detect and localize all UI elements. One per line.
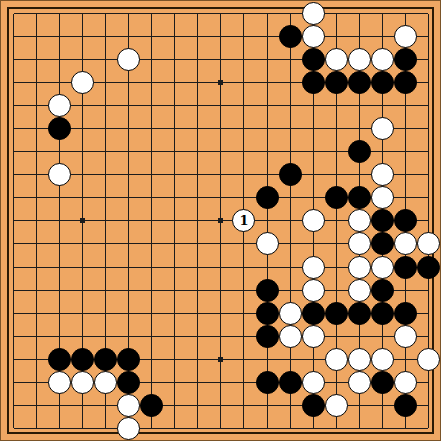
- intersection-a18[interactable]: [2, 25, 25, 48]
- intersection-a11[interactable]: [2, 186, 25, 209]
- intersection-r4[interactable]: [371, 348, 394, 371]
- intersection-q10[interactable]: [348, 209, 371, 232]
- intersection-d11[interactable]: [71, 186, 94, 209]
- intersection-b12[interactable]: [25, 163, 48, 186]
- intersection-r19[interactable]: [371, 2, 394, 25]
- intersection-m10[interactable]: [256, 209, 279, 232]
- intersection-g16[interactable]: [140, 71, 163, 94]
- intersection-c8[interactable]: [48, 256, 71, 279]
- intersection-f5[interactable]: [117, 325, 140, 348]
- intersection-b6[interactable]: [25, 302, 48, 325]
- intersection-g15[interactable]: [140, 94, 163, 117]
- intersection-c1[interactable]: [48, 417, 71, 440]
- intersection-e10[interactable]: [94, 209, 117, 232]
- intersection-d10[interactable]: [71, 209, 94, 232]
- intersection-h2[interactable]: [163, 394, 186, 417]
- intersection-m1[interactable]: [256, 417, 279, 440]
- intersection-m11[interactable]: [256, 186, 279, 209]
- intersection-j1[interactable]: [186, 417, 209, 440]
- intersection-n11[interactable]: [279, 186, 302, 209]
- intersection-c6[interactable]: [48, 302, 71, 325]
- intersection-h3[interactable]: [163, 371, 186, 394]
- intersection-t10[interactable]: [417, 209, 440, 232]
- intersection-n19[interactable]: [279, 2, 302, 25]
- intersection-c16[interactable]: [48, 71, 71, 94]
- intersection-q4[interactable]: [348, 348, 371, 371]
- intersection-h9[interactable]: [163, 232, 186, 255]
- intersection-a8[interactable]: [2, 256, 25, 279]
- intersection-c18[interactable]: [48, 25, 71, 48]
- intersection-m9[interactable]: [256, 232, 279, 255]
- intersection-j19[interactable]: [186, 2, 209, 25]
- intersection-l4[interactable]: [232, 348, 255, 371]
- intersection-o13[interactable]: [302, 140, 325, 163]
- intersection-m6[interactable]: [256, 302, 279, 325]
- intersection-t4[interactable]: [417, 348, 440, 371]
- intersection-h13[interactable]: [163, 140, 186, 163]
- intersection-c7[interactable]: [48, 279, 71, 302]
- intersection-t15[interactable]: [417, 94, 440, 117]
- intersection-k4[interactable]: [209, 348, 232, 371]
- intersection-e3[interactable]: [94, 371, 117, 394]
- intersection-o16[interactable]: [302, 71, 325, 94]
- intersection-a6[interactable]: [2, 302, 25, 325]
- intersection-m3[interactable]: [256, 371, 279, 394]
- intersection-j13[interactable]: [186, 140, 209, 163]
- intersection-k19[interactable]: [209, 2, 232, 25]
- intersection-p16[interactable]: [325, 71, 348, 94]
- intersection-p5[interactable]: [325, 325, 348, 348]
- intersection-m13[interactable]: [256, 140, 279, 163]
- intersection-b17[interactable]: [25, 48, 48, 71]
- intersection-o3[interactable]: [302, 371, 325, 394]
- intersection-a13[interactable]: [2, 140, 25, 163]
- intersection-o18[interactable]: [302, 25, 325, 48]
- intersection-n13[interactable]: [279, 140, 302, 163]
- intersection-g14[interactable]: [140, 117, 163, 140]
- intersection-c5[interactable]: [48, 325, 71, 348]
- intersection-f10[interactable]: [117, 209, 140, 232]
- intersection-p1[interactable]: [325, 417, 348, 440]
- intersection-f7[interactable]: [117, 279, 140, 302]
- intersection-g17[interactable]: [140, 48, 163, 71]
- intersection-b14[interactable]: [25, 117, 48, 140]
- intersection-r18[interactable]: [371, 25, 394, 48]
- intersection-o10[interactable]: [302, 209, 325, 232]
- intersection-n3[interactable]: [279, 371, 302, 394]
- intersection-j18[interactable]: [186, 25, 209, 48]
- intersection-n4[interactable]: [279, 348, 302, 371]
- intersection-s14[interactable]: [394, 117, 417, 140]
- intersection-k11[interactable]: [209, 186, 232, 209]
- intersection-a5[interactable]: [2, 325, 25, 348]
- intersection-s17[interactable]: [394, 48, 417, 71]
- intersection-t19[interactable]: [417, 2, 440, 25]
- intersection-q13[interactable]: [348, 140, 371, 163]
- intersection-l13[interactable]: [232, 140, 255, 163]
- intersection-f11[interactable]: [117, 186, 140, 209]
- intersection-k8[interactable]: [209, 256, 232, 279]
- intersection-t8[interactable]: [417, 256, 440, 279]
- intersection-f6[interactable]: [117, 302, 140, 325]
- intersection-h19[interactable]: [163, 2, 186, 25]
- intersection-b1[interactable]: [25, 417, 48, 440]
- intersection-t3[interactable]: [417, 371, 440, 394]
- intersection-j10[interactable]: [186, 209, 209, 232]
- intersection-j5[interactable]: [186, 325, 209, 348]
- intersection-n1[interactable]: [279, 417, 302, 440]
- intersection-f19[interactable]: [117, 2, 140, 25]
- intersection-c15[interactable]: [48, 94, 71, 117]
- intersection-q6[interactable]: [348, 302, 371, 325]
- intersection-l1[interactable]: [232, 417, 255, 440]
- intersection-j8[interactable]: [186, 256, 209, 279]
- intersection-n12[interactable]: [279, 163, 302, 186]
- intersection-k3[interactable]: [209, 371, 232, 394]
- intersection-f17[interactable]: [117, 48, 140, 71]
- intersection-l18[interactable]: [232, 25, 255, 48]
- intersection-f3[interactable]: [117, 371, 140, 394]
- intersection-k16[interactable]: [209, 71, 232, 94]
- intersection-r12[interactable]: [371, 163, 394, 186]
- intersection-n15[interactable]: [279, 94, 302, 117]
- intersection-t9[interactable]: [417, 232, 440, 255]
- intersection-b10[interactable]: [25, 209, 48, 232]
- intersection-t16[interactable]: [417, 71, 440, 94]
- intersection-a4[interactable]: [2, 348, 25, 371]
- intersection-q17[interactable]: [348, 48, 371, 71]
- intersection-t13[interactable]: [417, 140, 440, 163]
- intersection-t5[interactable]: [417, 325, 440, 348]
- intersection-l9[interactable]: [232, 232, 255, 255]
- intersection-s13[interactable]: [394, 140, 417, 163]
- intersection-d7[interactable]: [71, 279, 94, 302]
- intersection-n9[interactable]: [279, 232, 302, 255]
- intersection-f14[interactable]: [117, 117, 140, 140]
- intersection-a16[interactable]: [2, 71, 25, 94]
- intersection-r1[interactable]: [371, 417, 394, 440]
- intersection-e15[interactable]: [94, 94, 117, 117]
- intersection-o6[interactable]: [302, 302, 325, 325]
- intersection-j3[interactable]: [186, 371, 209, 394]
- intersection-o5[interactable]: [302, 325, 325, 348]
- intersection-s5[interactable]: [394, 325, 417, 348]
- intersection-b3[interactable]: [25, 371, 48, 394]
- intersection-g5[interactable]: [140, 325, 163, 348]
- intersection-n10[interactable]: [279, 209, 302, 232]
- intersection-k17[interactable]: [209, 48, 232, 71]
- intersection-e14[interactable]: [94, 117, 117, 140]
- intersection-k9[interactable]: [209, 232, 232, 255]
- intersection-a9[interactable]: [2, 232, 25, 255]
- intersection-k12[interactable]: [209, 163, 232, 186]
- intersection-a1[interactable]: [2, 417, 25, 440]
- intersection-c12[interactable]: [48, 163, 71, 186]
- intersection-s9[interactable]: [394, 232, 417, 255]
- intersection-b4[interactable]: [25, 348, 48, 371]
- intersection-t11[interactable]: [417, 186, 440, 209]
- intersection-l14[interactable]: [232, 117, 255, 140]
- intersection-e17[interactable]: [94, 48, 117, 71]
- intersection-p8[interactable]: [325, 256, 348, 279]
- intersection-f18[interactable]: [117, 25, 140, 48]
- intersection-p7[interactable]: [325, 279, 348, 302]
- intersection-t6[interactable]: [417, 302, 440, 325]
- intersection-f8[interactable]: [117, 256, 140, 279]
- intersection-h11[interactable]: [163, 186, 186, 209]
- intersection-d12[interactable]: [71, 163, 94, 186]
- intersection-e2[interactable]: [94, 394, 117, 417]
- intersection-s6[interactable]: [394, 302, 417, 325]
- intersection-h12[interactable]: [163, 163, 186, 186]
- intersection-a14[interactable]: [2, 117, 25, 140]
- intersection-t17[interactable]: [417, 48, 440, 71]
- intersection-m15[interactable]: [256, 94, 279, 117]
- intersection-f15[interactable]: [117, 94, 140, 117]
- intersection-m8[interactable]: [256, 256, 279, 279]
- intersection-k6[interactable]: [209, 302, 232, 325]
- intersection-h17[interactable]: [163, 48, 186, 71]
- intersection-s15[interactable]: [394, 94, 417, 117]
- intersection-g8[interactable]: [140, 256, 163, 279]
- intersection-f1[interactable]: [117, 417, 140, 440]
- intersection-b18[interactable]: [25, 25, 48, 48]
- intersection-l5[interactable]: [232, 325, 255, 348]
- intersection-o4[interactable]: [302, 348, 325, 371]
- intersection-s11[interactable]: [394, 186, 417, 209]
- intersection-p14[interactable]: [325, 117, 348, 140]
- intersection-f12[interactable]: [117, 163, 140, 186]
- intersection-l12[interactable]: [232, 163, 255, 186]
- intersection-r15[interactable]: [371, 94, 394, 117]
- intersection-n8[interactable]: [279, 256, 302, 279]
- intersection-r3[interactable]: [371, 371, 394, 394]
- intersection-d6[interactable]: [71, 302, 94, 325]
- intersection-b2[interactable]: [25, 394, 48, 417]
- intersection-s7[interactable]: [394, 279, 417, 302]
- intersection-j2[interactable]: [186, 394, 209, 417]
- intersection-o14[interactable]: [302, 117, 325, 140]
- intersection-q12[interactable]: [348, 163, 371, 186]
- intersection-e9[interactable]: [94, 232, 117, 255]
- intersection-d14[interactable]: [71, 117, 94, 140]
- intersection-r7[interactable]: [371, 279, 394, 302]
- intersection-p10[interactable]: [325, 209, 348, 232]
- intersection-p13[interactable]: [325, 140, 348, 163]
- intersection-m4[interactable]: [256, 348, 279, 371]
- intersection-f16[interactable]: [117, 71, 140, 94]
- intersection-o7[interactable]: [302, 279, 325, 302]
- intersection-k18[interactable]: [209, 25, 232, 48]
- intersection-r16[interactable]: [371, 71, 394, 94]
- intersection-l8[interactable]: [232, 256, 255, 279]
- intersection-s18[interactable]: [394, 25, 417, 48]
- intersection-c11[interactable]: [48, 186, 71, 209]
- intersection-o8[interactable]: [302, 256, 325, 279]
- intersection-m2[interactable]: [256, 394, 279, 417]
- intersection-p3[interactable]: [325, 371, 348, 394]
- intersection-r13[interactable]: [371, 140, 394, 163]
- intersection-s10[interactable]: [394, 209, 417, 232]
- intersection-q2[interactable]: [348, 394, 371, 417]
- intersection-r2[interactable]: [371, 394, 394, 417]
- intersection-e5[interactable]: [94, 325, 117, 348]
- intersection-o2[interactable]: [302, 394, 325, 417]
- intersection-n6[interactable]: [279, 302, 302, 325]
- intersection-e6[interactable]: [94, 302, 117, 325]
- intersection-r5[interactable]: [371, 325, 394, 348]
- intersection-c3[interactable]: [48, 371, 71, 394]
- intersection-d1[interactable]: [71, 417, 94, 440]
- intersection-p15[interactable]: [325, 94, 348, 117]
- intersection-h8[interactable]: [163, 256, 186, 279]
- intersection-s16[interactable]: [394, 71, 417, 94]
- intersection-a10[interactable]: [2, 209, 25, 232]
- intersection-n5[interactable]: [279, 325, 302, 348]
- intersection-n7[interactable]: [279, 279, 302, 302]
- intersection-c14[interactable]: [48, 117, 71, 140]
- intersection-a17[interactable]: [2, 48, 25, 71]
- intersection-k7[interactable]: [209, 279, 232, 302]
- intersection-s8[interactable]: [394, 256, 417, 279]
- intersection-k1[interactable]: [209, 417, 232, 440]
- intersection-t12[interactable]: [417, 163, 440, 186]
- intersection-c2[interactable]: [48, 394, 71, 417]
- intersection-h18[interactable]: [163, 25, 186, 48]
- intersection-o11[interactable]: [302, 186, 325, 209]
- intersection-d5[interactable]: [71, 325, 94, 348]
- intersection-k2[interactable]: [209, 394, 232, 417]
- intersection-g1[interactable]: [140, 417, 163, 440]
- intersection-j6[interactable]: [186, 302, 209, 325]
- intersection-s12[interactable]: [394, 163, 417, 186]
- intersection-o9[interactable]: [302, 232, 325, 255]
- intersection-l17[interactable]: [232, 48, 255, 71]
- intersection-f2[interactable]: [117, 394, 140, 417]
- intersection-b19[interactable]: [25, 2, 48, 25]
- intersection-n18[interactable]: [279, 25, 302, 48]
- intersection-d17[interactable]: [71, 48, 94, 71]
- intersection-m19[interactable]: [256, 2, 279, 25]
- intersection-g11[interactable]: [140, 186, 163, 209]
- intersection-g4[interactable]: [140, 348, 163, 371]
- intersection-a15[interactable]: [2, 94, 25, 117]
- intersection-o12[interactable]: [302, 163, 325, 186]
- intersection-n17[interactable]: [279, 48, 302, 71]
- intersection-a19[interactable]: [2, 2, 25, 25]
- intersection-g13[interactable]: [140, 140, 163, 163]
- intersection-h15[interactable]: [163, 94, 186, 117]
- intersection-e7[interactable]: [94, 279, 117, 302]
- intersection-d19[interactable]: [71, 2, 94, 25]
- intersection-h5[interactable]: [163, 325, 186, 348]
- intersection-e4[interactable]: [94, 348, 117, 371]
- intersection-l15[interactable]: [232, 94, 255, 117]
- intersection-o15[interactable]: [302, 94, 325, 117]
- intersection-j4[interactable]: [186, 348, 209, 371]
- intersection-e12[interactable]: [94, 163, 117, 186]
- intersection-e18[interactable]: [94, 25, 117, 48]
- intersection-n14[interactable]: [279, 117, 302, 140]
- intersection-m5[interactable]: [256, 325, 279, 348]
- intersection-b13[interactable]: [25, 140, 48, 163]
- intersection-k5[interactable]: [209, 325, 232, 348]
- intersection-a7[interactable]: [2, 279, 25, 302]
- intersection-m17[interactable]: [256, 48, 279, 71]
- intersection-b8[interactable]: [25, 256, 48, 279]
- intersection-c10[interactable]: [48, 209, 71, 232]
- intersection-g12[interactable]: [140, 163, 163, 186]
- intersection-m18[interactable]: [256, 25, 279, 48]
- intersection-s1[interactable]: [394, 417, 417, 440]
- intersection-n2[interactable]: [279, 394, 302, 417]
- intersection-q11[interactable]: [348, 186, 371, 209]
- intersection-q15[interactable]: [348, 94, 371, 117]
- intersection-l19[interactable]: [232, 2, 255, 25]
- intersection-g3[interactable]: [140, 371, 163, 394]
- intersection-g2[interactable]: [140, 394, 163, 417]
- intersection-q19[interactable]: [348, 2, 371, 25]
- intersection-a3[interactable]: [2, 371, 25, 394]
- intersection-g7[interactable]: [140, 279, 163, 302]
- intersection-p6[interactable]: [325, 302, 348, 325]
- intersection-d8[interactable]: [71, 256, 94, 279]
- intersection-g6[interactable]: [140, 302, 163, 325]
- intersection-h10[interactable]: [163, 209, 186, 232]
- intersection-r9[interactable]: [371, 232, 394, 255]
- intersection-t2[interactable]: [417, 394, 440, 417]
- intersection-l3[interactable]: [232, 371, 255, 394]
- intersection-q8[interactable]: [348, 256, 371, 279]
- intersection-r11[interactable]: [371, 186, 394, 209]
- intersection-d2[interactable]: [71, 394, 94, 417]
- intersection-p18[interactable]: [325, 25, 348, 48]
- intersection-f4[interactable]: [117, 348, 140, 371]
- intersection-h16[interactable]: [163, 71, 186, 94]
- intersection-d9[interactable]: [71, 232, 94, 255]
- intersection-c4[interactable]: [48, 348, 71, 371]
- intersection-b15[interactable]: [25, 94, 48, 117]
- intersection-n16[interactable]: [279, 71, 302, 94]
- intersection-q5[interactable]: [348, 325, 371, 348]
- intersection-j15[interactable]: [186, 94, 209, 117]
- intersection-k14[interactable]: [209, 117, 232, 140]
- intersection-s4[interactable]: [394, 348, 417, 371]
- intersection-m16[interactable]: [256, 71, 279, 94]
- intersection-j7[interactable]: [186, 279, 209, 302]
- intersection-o17[interactable]: [302, 48, 325, 71]
- intersection-h4[interactable]: [163, 348, 186, 371]
- intersection-t7[interactable]: [417, 279, 440, 302]
- intersection-j14[interactable]: [186, 117, 209, 140]
- intersection-d13[interactable]: [71, 140, 94, 163]
- intersection-b7[interactable]: [25, 279, 48, 302]
- intersection-h1[interactable]: [163, 417, 186, 440]
- intersection-e1[interactable]: [94, 417, 117, 440]
- intersection-g9[interactable]: [140, 232, 163, 255]
- intersection-l16[interactable]: [232, 71, 255, 94]
- intersection-q1[interactable]: [348, 417, 371, 440]
- intersection-d15[interactable]: [71, 94, 94, 117]
- intersection-d18[interactable]: [71, 25, 94, 48]
- intersection-r6[interactable]: [371, 302, 394, 325]
- intersection-k13[interactable]: [209, 140, 232, 163]
- intersection-k15[interactable]: [209, 94, 232, 117]
- intersection-c17[interactable]: [48, 48, 71, 71]
- intersection-m7[interactable]: [256, 279, 279, 302]
- intersection-j9[interactable]: [186, 232, 209, 255]
- intersection-p17[interactable]: [325, 48, 348, 71]
